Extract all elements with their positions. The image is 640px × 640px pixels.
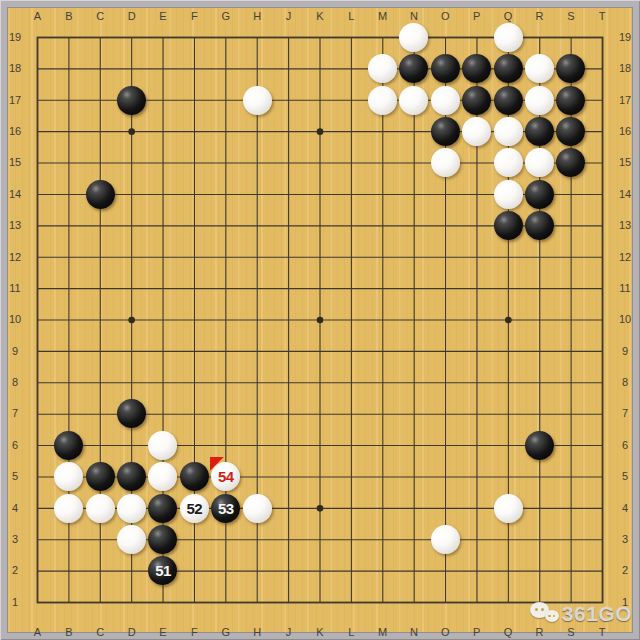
stone-black-S16 [556, 117, 585, 146]
coord-label: P [461, 6, 492, 26]
coord-label: 8 [614, 367, 636, 398]
stone-black-S15 [556, 148, 585, 177]
stone-white-B5 [54, 462, 83, 491]
stone-white-Q15 [494, 148, 523, 177]
coord-label: A [22, 622, 53, 640]
coord-label: 17 [4, 85, 26, 116]
coord-label: 7 [614, 398, 636, 429]
stone-white-H17 [243, 86, 272, 115]
coord-label: P [461, 622, 492, 640]
stone-black-D7 [117, 399, 146, 428]
stone-black-F5 [180, 462, 209, 491]
coord-label: G [210, 622, 241, 640]
coord-label: 17 [614, 85, 636, 116]
coord-label: 4 [4, 492, 26, 523]
stone-black-E3 [148, 525, 177, 554]
column-labels-bottom: ABCDEFGHJKLMNOPQRST [22, 622, 618, 640]
coord-label: B [53, 6, 84, 26]
stone-black-E4 [148, 494, 177, 523]
stone-white-Q4 [494, 494, 523, 523]
coord-label: 12 [614, 241, 636, 272]
coord-label: 10 [4, 304, 26, 335]
coord-label: 14 [614, 179, 636, 210]
stone-white-Q14 [494, 180, 523, 209]
coord-label: 18 [4, 53, 26, 84]
stone-white-R15 [525, 148, 554, 177]
coord-label: 4 [614, 492, 636, 523]
stone-white-D4 [117, 494, 146, 523]
stone-black-R6 [525, 431, 554, 460]
coord-label: N [398, 622, 429, 640]
stone-white-Q16 [494, 117, 523, 146]
coord-label: F [179, 622, 210, 640]
row-labels-right: 19181716151413121110987654321 [614, 22, 636, 618]
stone-white-F4: 52 [180, 494, 209, 523]
coord-label: 5 [614, 461, 636, 492]
move-number-51: 51 [148, 556, 177, 585]
coord-label: K [304, 6, 335, 26]
stone-white-N17 [399, 86, 428, 115]
coord-label: F [179, 6, 210, 26]
coord-label: 2 [614, 555, 636, 586]
move-number-52: 52 [180, 494, 209, 523]
coord-label: Q [492, 6, 523, 26]
coord-label: 11 [614, 273, 636, 304]
coord-label: 16 [4, 116, 26, 147]
coord-label: O [430, 622, 461, 640]
stone-white-R18 [525, 54, 554, 83]
coord-label: 10 [614, 304, 636, 335]
coord-label: D [116, 6, 147, 26]
coord-label: 11 [4, 273, 26, 304]
coord-label: 1 [4, 587, 26, 618]
stone-black-C14 [86, 180, 115, 209]
coord-label: 6 [614, 430, 636, 461]
column-labels-top: ABCDEFGHJKLMNOPQRST [22, 6, 618, 26]
stone-white-O15 [431, 148, 460, 177]
coord-label: C [85, 622, 116, 640]
coord-label: 2 [4, 555, 26, 586]
stone-white-C4 [86, 494, 115, 523]
stone-white-M18 [368, 54, 397, 83]
coord-label: 19 [614, 22, 636, 53]
stone-white-R17 [525, 86, 554, 115]
stone-white-Q19 [494, 23, 523, 52]
coord-label: H [241, 6, 272, 26]
move-number-54: 54 [211, 462, 240, 491]
stone-white-E6 [148, 431, 177, 460]
watermark: 361GO [530, 601, 632, 626]
stone-white-O3 [431, 525, 460, 554]
stone-white-N19 [399, 23, 428, 52]
coord-label: 14 [4, 179, 26, 210]
coord-label: S [555, 6, 586, 26]
coord-label: 15 [4, 147, 26, 178]
stone-white-M17 [368, 86, 397, 115]
stone-black-N18 [399, 54, 428, 83]
stone-black-O16 [431, 117, 460, 146]
coord-label: 7 [4, 398, 26, 429]
wechat-icon [530, 601, 559, 626]
stone-black-R14 [525, 180, 554, 209]
coord-label: 5 [4, 461, 26, 492]
coord-label: 13 [614, 210, 636, 241]
coord-label: 18 [614, 53, 636, 84]
watermark-text: 361GO [562, 602, 632, 626]
stone-black-Q17 [494, 86, 523, 115]
stone-black-P18 [462, 54, 491, 83]
stone-black-D17 [117, 86, 146, 115]
go-board-frame: ABCDEFGHJKLMNOPQRST ABCDEFGHJKLMNOPQRST … [0, 0, 640, 640]
coord-label: C [85, 6, 116, 26]
coord-label: O [430, 6, 461, 26]
stone-black-B6 [54, 431, 83, 460]
coord-label: K [304, 622, 335, 640]
stone-white-B4 [54, 494, 83, 523]
coord-label: B [53, 622, 84, 640]
stone-white-P16 [462, 117, 491, 146]
coord-label: J [273, 6, 304, 26]
coord-label: 15 [614, 147, 636, 178]
move-number-53: 53 [211, 494, 240, 523]
coord-label: 3 [614, 524, 636, 555]
coord-label: L [336, 6, 367, 26]
stone-black-E2: 51 [148, 556, 177, 585]
coord-label: 3 [4, 524, 26, 555]
coord-label: R [524, 6, 555, 26]
coord-label: M [367, 622, 398, 640]
coord-label: 12 [4, 241, 26, 272]
coord-label: Q [492, 622, 523, 640]
coord-label: 13 [4, 210, 26, 241]
stone-black-C5 [86, 462, 115, 491]
stone-black-O18 [431, 54, 460, 83]
coord-label: M [367, 6, 398, 26]
coord-label: 9 [614, 336, 636, 367]
stone-white-O17 [431, 86, 460, 115]
stone-black-R16 [525, 117, 554, 146]
stone-black-S17 [556, 86, 585, 115]
stone-black-Q13 [494, 211, 523, 240]
stone-black-D5 [117, 462, 146, 491]
row-labels-left: 19181716151413121110987654321 [4, 22, 26, 618]
stone-black-P17 [462, 86, 491, 115]
stone-white-G5: 54 [211, 462, 240, 491]
stones-layer: 54525351 [22, 22, 618, 618]
coord-label: 6 [4, 430, 26, 461]
coord-label: 16 [614, 116, 636, 147]
stone-white-E5 [148, 462, 177, 491]
coord-label: 19 [4, 22, 26, 53]
stone-black-S18 [556, 54, 585, 83]
coord-label: N [398, 6, 429, 26]
coord-label: G [210, 6, 241, 26]
coord-label: E [147, 6, 178, 26]
stone-white-D3 [117, 525, 146, 554]
coord-label: D [116, 622, 147, 640]
coord-label: J [273, 622, 304, 640]
coord-label: A [22, 6, 53, 26]
stone-black-G4: 53 [211, 494, 240, 523]
stone-white-H4 [243, 494, 272, 523]
stone-black-R13 [525, 211, 554, 240]
stone-black-Q18 [494, 54, 523, 83]
coord-label: 8 [4, 367, 26, 398]
coord-label: E [147, 622, 178, 640]
coord-label: 9 [4, 336, 26, 367]
coord-label: L [336, 622, 367, 640]
coord-label: H [241, 622, 272, 640]
